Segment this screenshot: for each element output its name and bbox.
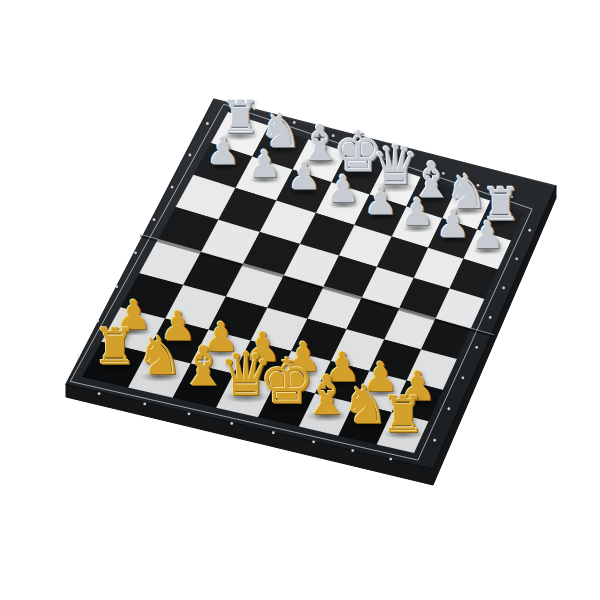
piece-gold-rook-a1[interactable]: ♜ — [92, 322, 137, 372]
piece-silver-pawn-b7[interactable]: ♟ — [247, 146, 281, 184]
chess-set-product-photo: ♜♞♝♚♛♝♞♜♟♟♟♟♟♟♟♟♟♟♟♟♟♟♟♟♜♞♝♛♚♝♞♜ — [0, 0, 600, 600]
piece-silver-pawn-g7[interactable]: ♟ — [436, 206, 470, 244]
piece-silver-pawn-h7[interactable]: ♟ — [471, 217, 505, 255]
piece-silver-pawn-e7[interactable]: ♟ — [364, 183, 398, 221]
piece-silver-pawn-f7[interactable]: ♟ — [400, 195, 434, 233]
piece-silver-pawn-d7[interactable]: ♟ — [326, 171, 360, 209]
piece-gold-knight-b1[interactable]: ♞ — [136, 330, 183, 383]
piece-silver-pawn-c7[interactable]: ♟ — [287, 159, 321, 197]
piece-silver-pawn-a7[interactable]: ♟ — [206, 133, 240, 171]
pieces-layer: ♜♞♝♚♛♝♞♜♟♟♟♟♟♟♟♟♟♟♟♟♟♟♟♟♜♞♝♛♚♝♞♜ — [0, 0, 600, 600]
piece-gold-rook-h1[interactable]: ♜ — [380, 390, 425, 440]
